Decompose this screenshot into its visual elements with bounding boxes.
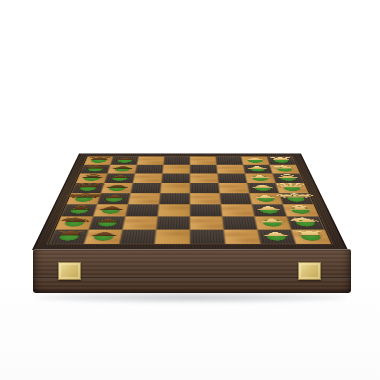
- rook-glyph: ♜: [271, 230, 350, 237]
- pawn-glyph: ♟: [96, 157, 154, 160]
- square-d4: [190, 183, 220, 193]
- square-g4: [190, 216, 224, 229]
- square-h4: [190, 230, 225, 244]
- bishop-glyph: ♝: [256, 173, 320, 178]
- board-perspective-wrapper: ♜♟♟♜♞♟♟♞♝♟♟♝♛♟♟♛♚♟♟♚♝♟♟♝♞♟♟♞♜♟♟♜: [32, 0, 348, 250]
- chess-case-front: [33, 249, 351, 293]
- brass-clasp-right-icon: [298, 262, 321, 280]
- chess-board: ♜♟♟♜♞♟♟♞♝♟♟♝♛♟♟♛♚♟♟♚♝♟♟♝♞♟♟♞♜♟♟♜: [32, 153, 348, 250]
- square-b4: [190, 165, 218, 174]
- knight-glyph: ♞: [267, 217, 342, 224]
- square-c5: [161, 173, 190, 183]
- ground-shadow: [36, 293, 346, 302]
- square-f5: [158, 204, 190, 216]
- bishop-glyph: ♝: [264, 204, 336, 210]
- square-e5: [159, 193, 190, 204]
- queen-glyph: ♛: [258, 182, 324, 188]
- pawn-glyph: ♟: [89, 175, 152, 179]
- square-d5: [160, 183, 190, 193]
- product-photo-scene: ♜♟♟♜♞♟♟♞♝♟♟♝♛♟♟♛♚♟♟♚♝♟♟♝♞♟♟♞♜♟♟♜: [0, 0, 380, 380]
- pawn-glyph: ♟: [65, 231, 143, 237]
- square-a4: [190, 156, 217, 164]
- brass-clasp-left-icon: [58, 262, 81, 280]
- square-h5: [155, 230, 190, 244]
- square-a5: [163, 156, 190, 164]
- square-f4: [190, 204, 222, 216]
- square-g5: [156, 216, 190, 229]
- pawn-glyph: ♟: [92, 166, 153, 169]
- rook-glyph: ♜: [251, 157, 310, 161]
- square-b5: [162, 165, 190, 174]
- king-glyph: ♚: [261, 192, 330, 199]
- square-e4: [190, 193, 221, 204]
- square-c4: [190, 173, 219, 183]
- pawn-glyph: ♟: [71, 218, 145, 223]
